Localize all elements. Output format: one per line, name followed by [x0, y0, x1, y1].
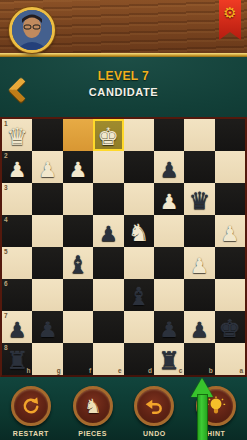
square-e2[interactable]: [93, 151, 123, 183]
black-pawn-h7[interactable]: ♟: [2, 316, 32, 344]
square-g2[interactable]: ♟: [32, 151, 62, 183]
white-pawn-g2[interactable]: ♟: [32, 156, 62, 184]
square-a8[interactable]: a: [215, 343, 245, 375]
square-d8[interactable]: d: [124, 343, 154, 375]
rank-label: 4: [4, 216, 8, 223]
level-label: LEVEL 7: [0, 69, 247, 83]
black-bishop-d6[interactable]: ♝: [124, 282, 154, 312]
white-knight-d4[interactable]: ♞: [124, 218, 154, 248]
pieces-label: PIECES: [65, 430, 121, 437]
square-h2[interactable]: 2♟: [2, 151, 32, 183]
restart-button[interactable]: RESTART: [3, 386, 59, 437]
square-b8[interactable]: b: [184, 343, 214, 375]
file-label: a: [239, 367, 243, 374]
rank-label: 6: [4, 280, 8, 287]
square-a6[interactable]: [215, 279, 245, 311]
square-f7[interactable]: [63, 311, 93, 343]
square-b2[interactable]: [184, 151, 214, 183]
square-f6[interactable]: [63, 279, 93, 311]
square-b6[interactable]: [184, 279, 214, 311]
square-e4[interactable]: ♟: [93, 215, 123, 247]
square-a2[interactable]: [215, 151, 245, 183]
white-pawn-f2[interactable]: ♟: [63, 156, 93, 184]
square-c4[interactable]: [154, 215, 184, 247]
chess-board[interactable]: 1♛♚2♟♟♟♟3♟♛4♟♞♟5♝♟6♝7♟♟♟♟♚8h♜gfedc♜ba: [2, 119, 245, 375]
square-c3[interactable]: ♟: [154, 183, 184, 215]
white-king-e1[interactable]: ♚: [93, 122, 123, 152]
square-c5[interactable]: [154, 247, 184, 279]
black-pawn-g7[interactable]: ♟: [32, 316, 62, 344]
file-label: f: [89, 367, 91, 374]
file-label: b: [209, 367, 213, 374]
undo-icon: [144, 396, 164, 416]
file-label: d: [148, 367, 152, 374]
square-h5[interactable]: 5: [2, 247, 32, 279]
square-e6[interactable]: [93, 279, 123, 311]
square-d5[interactable]: [124, 247, 154, 279]
square-g7[interactable]: ♟: [32, 311, 62, 343]
square-f8[interactable]: f: [63, 343, 93, 375]
restart-icon: [21, 396, 41, 416]
square-e5[interactable]: [93, 247, 123, 279]
top-bar: ⚙: [0, 0, 247, 53]
black-rook-c8[interactable]: ♜: [154, 346, 184, 376]
square-f1[interactable]: [63, 119, 93, 151]
square-a3[interactable]: [215, 183, 245, 215]
bottom-toolbar: RESTART ♞ PIECES UNDO HINT: [0, 377, 247, 440]
square-d4[interactable]: ♞: [124, 215, 154, 247]
settings-ribbon[interactable]: ⚙: [219, 0, 241, 40]
gear-icon: ⚙: [219, 4, 241, 22]
hint-label: HINT: [188, 430, 244, 437]
square-h8[interactable]: 8h♜: [2, 343, 32, 375]
square-f2[interactable]: ♟: [63, 151, 93, 183]
undo-label: UNDO: [126, 430, 182, 437]
black-pawn-c2[interactable]: ♟: [154, 156, 184, 184]
white-pawn-b5[interactable]: ♟: [184, 252, 214, 280]
square-h7[interactable]: 7♟: [2, 311, 32, 343]
white-queen-h1[interactable]: ♛: [2, 122, 32, 152]
square-g3[interactable]: [32, 183, 62, 215]
square-c6[interactable]: [154, 279, 184, 311]
square-c8[interactable]: c♜: [154, 343, 184, 375]
square-a4[interactable]: ♟: [215, 215, 245, 247]
square-h1[interactable]: 1♛: [2, 119, 32, 151]
square-d6[interactable]: ♝: [124, 279, 154, 311]
square-e3[interactable]: [93, 183, 123, 215]
square-e7[interactable]: [93, 311, 123, 343]
white-pawn-c3[interactable]: ♟: [154, 188, 184, 216]
square-d7[interactable]: [124, 311, 154, 343]
square-b3[interactable]: ♛: [184, 183, 214, 215]
restart-label: RESTART: [3, 430, 59, 437]
square-f4[interactable]: [63, 215, 93, 247]
chess-board-frame: 1♛♚2♟♟♟♟3♟♛4♟♞♟5♝♟6♝7♟♟♟♟♚8h♜gfedc♜ba: [0, 117, 247, 378]
black-pawn-b7[interactable]: ♟: [184, 316, 214, 344]
square-h3[interactable]: 3: [2, 183, 32, 215]
square-h6[interactable]: 6: [2, 279, 32, 311]
black-pawn-c7[interactable]: ♟: [154, 316, 184, 344]
chess-knight-icon: ♞: [84, 396, 102, 416]
level-header: LEVEL 7 CANDIDATE: [0, 57, 247, 117]
white-pawn-a4[interactable]: ♟: [215, 220, 245, 248]
square-g4[interactable]: [32, 215, 62, 247]
square-d2[interactable]: [124, 151, 154, 183]
hint-button[interactable]: HINT: [188, 386, 244, 437]
undo-button[interactable]: UNDO: [126, 386, 182, 437]
square-g6[interactable]: [32, 279, 62, 311]
square-a5[interactable]: [215, 247, 245, 279]
square-g1[interactable]: [32, 119, 62, 151]
square-b5[interactable]: ♟: [184, 247, 214, 279]
black-bishop-f5[interactable]: ♝: [63, 250, 93, 280]
square-e1[interactable]: ♚: [93, 119, 123, 151]
square-a7[interactable]: ♚: [215, 311, 245, 343]
square-b7[interactable]: ♟: [184, 311, 214, 343]
square-h4[interactable]: 4: [2, 215, 32, 247]
square-b1[interactable]: [184, 119, 214, 151]
avatar-image: [12, 10, 52, 50]
square-a1[interactable]: [215, 119, 245, 151]
black-rook-h8[interactable]: ♜: [2, 346, 32, 376]
rank-label: 3: [4, 184, 8, 191]
square-c1[interactable]: [154, 119, 184, 151]
white-pawn-h2[interactable]: ♟: [2, 156, 32, 184]
square-b4[interactable]: [184, 215, 214, 247]
square-c7[interactable]: ♟: [154, 311, 184, 343]
light-bulb-icon: [206, 396, 226, 416]
square-g5[interactable]: [32, 247, 62, 279]
black-pawn-e4[interactable]: ♟: [93, 220, 123, 248]
file-label: e: [118, 367, 122, 374]
black-queen-b3[interactable]: ♛: [184, 186, 214, 216]
square-e8[interactable]: e: [93, 343, 123, 375]
square-c2[interactable]: ♟: [154, 151, 184, 183]
square-d3[interactable]: [124, 183, 154, 215]
avatar[interactable]: [9, 7, 55, 53]
square-f5[interactable]: ♝: [63, 247, 93, 279]
rank-label: 5: [4, 248, 8, 255]
square-g8[interactable]: g: [32, 343, 62, 375]
file-label: g: [57, 367, 61, 374]
pieces-button[interactable]: ♞ PIECES: [65, 386, 121, 437]
square-f3[interactable]: [63, 183, 93, 215]
square-d1[interactable]: [124, 119, 154, 151]
black-king-a7[interactable]: ♚: [215, 314, 245, 344]
level-subtitle: CANDIDATE: [0, 86, 247, 98]
